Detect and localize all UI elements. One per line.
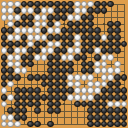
black-stone <box>87 47 93 53</box>
black-stone <box>94 114 100 120</box>
black-stone <box>47 34 53 40</box>
black-stone <box>7 74 13 80</box>
black-stone <box>41 94 47 100</box>
white-stone <box>7 114 13 120</box>
white-stone <box>107 101 113 107</box>
black-stone <box>81 41 87 47</box>
black-stone <box>1 27 7 33</box>
black-stone <box>27 74 33 80</box>
black-stone <box>74 54 80 60</box>
white-stone <box>34 14 40 20</box>
black-stone <box>27 47 33 53</box>
black-stone <box>74 27 80 33</box>
black-stone <box>34 87 40 93</box>
black-stone <box>121 87 127 93</box>
black-stone <box>27 101 33 107</box>
black-stone <box>34 41 40 47</box>
black-stone <box>54 81 60 87</box>
white-stone <box>74 47 80 53</box>
black-stone <box>121 74 127 80</box>
black-stone <box>1 54 7 60</box>
black-stone <box>61 94 67 100</box>
black-stone <box>21 94 27 100</box>
black-stone <box>114 34 120 40</box>
black-stone <box>101 107 107 113</box>
black-stone <box>47 101 53 107</box>
black-stone <box>81 27 87 33</box>
black-stone <box>67 67 73 73</box>
black-stone <box>27 87 33 93</box>
black-stone <box>34 1 40 7</box>
white-stone <box>14 1 20 7</box>
black-stone <box>14 107 20 113</box>
screen <box>0 0 128 128</box>
black-stone <box>114 41 120 47</box>
black-stone <box>101 121 107 127</box>
black-stone <box>54 47 60 53</box>
black-stone <box>107 27 113 33</box>
black-stone <box>47 87 53 93</box>
black-stone <box>107 41 113 47</box>
black-stone <box>34 107 40 113</box>
black-stone <box>114 27 120 33</box>
black-stone <box>87 27 93 33</box>
white-stone <box>74 7 80 13</box>
black-stone <box>114 107 120 113</box>
black-stone <box>7 27 13 33</box>
black-stone <box>14 94 20 100</box>
black-stone <box>107 121 113 127</box>
white-stone <box>67 54 73 60</box>
black-stone <box>87 61 93 67</box>
black-stone <box>21 61 27 67</box>
white-stone <box>1 87 7 93</box>
white-stone <box>94 61 100 67</box>
white-stone <box>101 67 107 73</box>
white-stone <box>47 7 53 13</box>
white-stone <box>81 74 87 80</box>
white-stone <box>1 121 7 127</box>
white-stone <box>114 61 120 67</box>
white-stone <box>41 34 47 40</box>
white-stone <box>87 87 93 93</box>
white-stone <box>1 114 7 120</box>
white-stone <box>74 1 80 7</box>
white-stone <box>1 101 7 107</box>
black-stone <box>14 41 20 47</box>
black-stone <box>47 74 53 80</box>
black-stone <box>94 34 100 40</box>
white-stone <box>7 94 13 100</box>
black-stone <box>47 107 53 113</box>
black-stone <box>27 54 33 60</box>
black-stone <box>7 107 13 113</box>
black-stone <box>107 107 113 113</box>
black-stone <box>27 61 33 67</box>
black-stone <box>87 121 93 127</box>
white-stone <box>34 34 40 40</box>
black-stone <box>67 27 73 33</box>
white-stone <box>47 41 53 47</box>
black-stone <box>14 87 20 93</box>
black-stone <box>7 41 13 47</box>
black-stone <box>87 7 93 13</box>
white-stone <box>7 1 13 7</box>
white-stone <box>101 61 107 67</box>
black-stone <box>1 34 7 40</box>
white-stone <box>107 74 113 80</box>
black-stone <box>101 101 107 107</box>
black-stone <box>41 1 47 7</box>
white-stone <box>7 61 13 67</box>
black-stone <box>41 74 47 80</box>
black-stone <box>114 87 120 93</box>
black-stone <box>67 61 73 67</box>
black-stone <box>121 107 127 113</box>
black-stone <box>14 21 20 27</box>
white-stone <box>14 34 20 40</box>
black-stone <box>101 87 107 93</box>
white-stone <box>74 34 80 40</box>
black-stone <box>114 81 120 87</box>
white-stone <box>54 41 60 47</box>
white-stone <box>74 94 80 100</box>
black-stone <box>34 47 40 53</box>
black-stone <box>21 87 27 93</box>
white-stone <box>74 74 80 80</box>
black-stone <box>67 87 73 93</box>
black-stone <box>61 1 67 7</box>
black-stone <box>107 94 113 100</box>
black-stone <box>101 47 107 53</box>
white-stone <box>27 34 33 40</box>
black-stone <box>114 114 120 120</box>
white-stone <box>7 121 13 127</box>
black-stone <box>87 114 93 120</box>
white-stone <box>21 47 27 53</box>
black-stone <box>61 7 67 13</box>
white-stone <box>101 54 107 60</box>
black-stone <box>47 54 53 60</box>
white-stone <box>14 121 20 127</box>
black-stone <box>21 21 27 27</box>
white-stone <box>54 21 60 27</box>
white-stone <box>1 14 7 20</box>
black-stone <box>94 94 100 100</box>
black-stone <box>67 41 73 47</box>
black-stone <box>87 67 93 73</box>
white-stone <box>94 87 100 93</box>
black-stone <box>107 47 113 53</box>
white-stone <box>21 27 27 33</box>
black-stone <box>14 114 20 120</box>
black-stone <box>94 7 100 13</box>
white-stone <box>47 47 53 53</box>
black-stone <box>47 1 53 7</box>
black-stone <box>54 1 60 7</box>
black-stone <box>14 74 20 80</box>
black-stone <box>67 1 73 7</box>
black-stone <box>61 34 67 40</box>
black-stone <box>114 21 120 27</box>
white-stone <box>1 7 7 13</box>
black-stone <box>94 54 100 60</box>
white-stone <box>14 27 20 33</box>
black-stone <box>27 21 33 27</box>
black-stone <box>61 67 67 73</box>
black-stone <box>94 101 100 107</box>
black-stone <box>47 81 53 87</box>
white-stone <box>21 67 27 73</box>
black-stone <box>81 54 87 60</box>
white-stone <box>27 41 33 47</box>
black-stone <box>54 7 60 13</box>
black-stone <box>41 27 47 33</box>
black-stone <box>7 67 13 73</box>
black-stone <box>67 34 73 40</box>
black-stone <box>34 74 40 80</box>
white-stone <box>81 7 87 13</box>
black-stone <box>61 81 67 87</box>
white-stone <box>14 54 20 60</box>
white-stone <box>7 7 13 13</box>
black-stone <box>47 94 53 100</box>
white-stone <box>101 81 107 87</box>
hoshi-dot <box>103 23 105 25</box>
black-stone <box>54 67 60 73</box>
black-stone <box>81 47 87 53</box>
black-stone <box>54 74 60 80</box>
black-stone <box>54 14 60 20</box>
black-stone <box>94 27 100 33</box>
white-stone <box>7 34 13 40</box>
black-stone <box>74 101 80 107</box>
white-stone <box>67 94 73 100</box>
black-stone <box>121 114 127 120</box>
black-stone <box>61 41 67 47</box>
black-stone <box>54 61 60 67</box>
black-stone <box>81 67 87 73</box>
black-stone <box>74 21 80 27</box>
black-stone <box>101 7 107 13</box>
black-stone <box>34 121 40 127</box>
black-stone <box>107 81 113 87</box>
white-stone <box>47 27 53 33</box>
black-stone <box>101 94 107 100</box>
black-stone <box>81 21 87 27</box>
go-board[interactable] <box>0 0 128 128</box>
black-stone <box>1 41 7 47</box>
black-stone <box>81 61 87 67</box>
white-stone <box>101 74 107 80</box>
black-stone <box>47 61 53 67</box>
hoshi-dot <box>63 103 65 105</box>
black-stone <box>81 14 87 20</box>
black-stone <box>107 21 113 27</box>
black-stone <box>54 107 60 113</box>
black-stone <box>87 101 93 107</box>
black-stone <box>61 14 67 20</box>
black-stone <box>87 41 93 47</box>
white-stone <box>67 81 73 87</box>
white-stone <box>14 61 20 67</box>
white-stone <box>41 14 47 20</box>
black-stone <box>41 81 47 87</box>
black-stone <box>87 34 93 40</box>
black-stone <box>114 47 120 53</box>
white-stone <box>41 54 47 60</box>
white-stone <box>14 14 20 20</box>
white-stone <box>81 87 87 93</box>
white-stone <box>81 94 87 100</box>
black-stone <box>61 87 67 93</box>
black-stone <box>14 101 20 107</box>
black-stone <box>107 87 113 93</box>
black-stone <box>107 114 113 120</box>
black-stone <box>94 1 100 7</box>
white-stone <box>34 54 40 60</box>
black-stone <box>14 7 20 13</box>
white-stone <box>87 1 93 7</box>
black-stone <box>21 34 27 40</box>
white-stone <box>74 41 80 47</box>
black-stone <box>114 121 120 127</box>
white-stone <box>21 7 27 13</box>
white-stone <box>94 81 100 87</box>
black-stone <box>21 14 27 20</box>
white-stone <box>94 67 100 73</box>
white-stone <box>1 47 7 53</box>
black-stone <box>54 94 60 100</box>
white-stone <box>81 1 87 7</box>
white-stone <box>14 47 20 53</box>
black-stone <box>101 41 107 47</box>
white-stone <box>114 101 120 107</box>
white-stone <box>87 74 93 80</box>
white-stone <box>27 7 33 13</box>
white-stone <box>41 7 47 13</box>
white-stone <box>7 81 13 87</box>
black-stone <box>94 107 100 113</box>
black-stone <box>101 1 107 7</box>
black-stone <box>21 114 27 120</box>
black-stone <box>47 121 53 127</box>
black-stone <box>94 121 100 127</box>
white-stone <box>121 101 127 107</box>
black-stone <box>101 114 107 120</box>
black-stone <box>34 7 40 13</box>
black-stone <box>21 101 27 107</box>
black-stone <box>121 41 127 47</box>
black-stone <box>27 94 33 100</box>
black-stone <box>87 107 93 113</box>
black-stone <box>114 94 120 100</box>
black-stone <box>54 101 60 107</box>
white-stone <box>94 47 100 53</box>
black-stone <box>27 1 33 7</box>
white-stone <box>114 67 120 73</box>
white-stone <box>41 47 47 53</box>
white-stone <box>74 81 80 87</box>
black-stone <box>1 81 7 87</box>
hoshi-dot <box>63 23 65 25</box>
black-stone <box>61 27 67 33</box>
black-stone <box>67 21 73 27</box>
black-stone <box>54 87 60 93</box>
black-stone <box>67 7 73 13</box>
black-stone <box>47 67 53 73</box>
black-stone <box>21 41 27 47</box>
white-stone <box>7 14 13 20</box>
black-stone <box>21 54 27 60</box>
white-stone <box>87 81 93 87</box>
black-stone <box>121 121 127 127</box>
white-stone <box>27 27 33 33</box>
black-stone <box>47 14 53 20</box>
white-stone <box>54 27 60 33</box>
white-stone <box>87 94 93 100</box>
black-stone <box>41 41 47 47</box>
black-stone <box>1 74 7 80</box>
black-stone <box>114 74 120 80</box>
black-stone <box>94 41 100 47</box>
black-stone <box>1 94 7 100</box>
black-stone <box>54 34 60 40</box>
white-stone <box>74 14 80 20</box>
black-stone <box>54 54 60 60</box>
black-stone <box>1 61 7 67</box>
white-stone <box>34 21 40 27</box>
white-stone <box>14 67 20 73</box>
black-stone <box>81 34 87 40</box>
white-stone <box>7 54 13 60</box>
white-stone <box>61 54 67 60</box>
black-stone <box>21 1 27 7</box>
black-stone <box>61 74 67 80</box>
black-stone <box>1 67 7 73</box>
black-stone <box>121 94 127 100</box>
white-stone <box>1 1 7 7</box>
black-stone <box>87 21 93 27</box>
white-stone <box>67 47 73 53</box>
black-stone <box>61 61 67 67</box>
black-stone <box>47 21 53 27</box>
black-stone <box>107 34 113 40</box>
black-stone <box>87 14 93 20</box>
black-stone <box>27 121 33 127</box>
black-stone <box>61 47 67 53</box>
black-stone <box>34 94 40 100</box>
white-stone <box>41 21 47 27</box>
black-stone <box>21 107 27 113</box>
white-stone <box>7 21 13 27</box>
black-stone <box>34 101 40 107</box>
black-stone <box>7 47 13 53</box>
white-stone <box>107 54 113 60</box>
white-stone <box>101 34 107 40</box>
white-stone <box>67 74 73 80</box>
white-stone <box>107 67 113 73</box>
black-stone <box>107 1 113 7</box>
white-stone <box>34 27 40 33</box>
black-stone <box>81 101 87 107</box>
white-stone <box>67 14 73 20</box>
black-stone <box>27 14 33 20</box>
white-stone <box>74 87 80 93</box>
